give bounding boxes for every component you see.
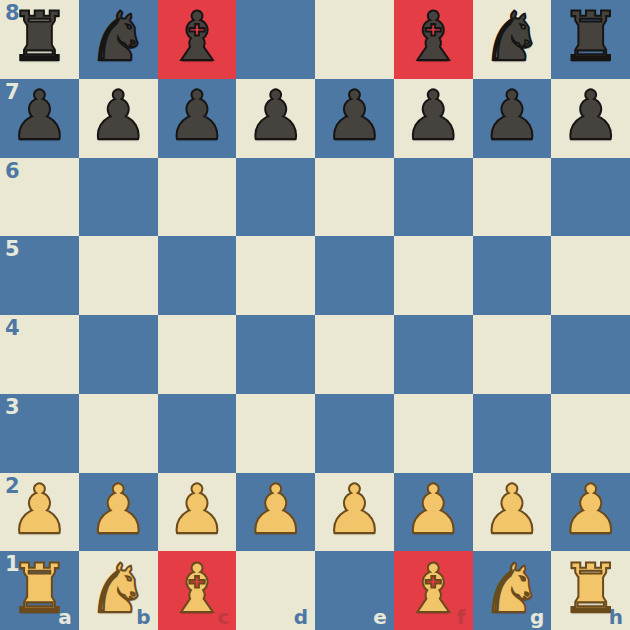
black-pawn[interactable]: ♟ — [551, 79, 630, 158]
black-knight[interactable]: ♞ — [473, 0, 552, 79]
square-a2[interactable]: 2♟ — [0, 473, 79, 552]
square-g6[interactable] — [473, 158, 552, 237]
square-b3[interactable] — [79, 394, 158, 473]
square-c3[interactable] — [158, 394, 237, 473]
square-f8[interactable]: ♝ — [394, 0, 473, 79]
square-f3[interactable] — [394, 394, 473, 473]
square-f2[interactable]: ♟ — [394, 473, 473, 552]
square-f7[interactable]: ♟ — [394, 79, 473, 158]
square-g8[interactable]: ♞ — [473, 0, 552, 79]
square-b2[interactable]: ♟ — [79, 473, 158, 552]
square-a1[interactable]: 1a♜ — [0, 551, 79, 630]
white-bishop[interactable]: ♝ — [394, 551, 473, 630]
black-pawn[interactable]: ♟ — [236, 79, 315, 158]
square-h6[interactable] — [551, 158, 630, 237]
square-b5[interactable] — [79, 236, 158, 315]
white-pawn[interactable]: ♟ — [315, 473, 394, 552]
square-c6[interactable] — [158, 158, 237, 237]
square-g4[interactable] — [473, 315, 552, 394]
square-b7[interactable]: ♟ — [79, 79, 158, 158]
file-label-d: d — [294, 607, 308, 627]
square-h1[interactable]: h♜ — [551, 551, 630, 630]
black-rook[interactable]: ♜ — [0, 0, 79, 79]
white-pawn[interactable]: ♟ — [158, 473, 237, 552]
white-bishop[interactable]: ♝ — [158, 551, 237, 630]
black-pawn[interactable]: ♟ — [158, 79, 237, 158]
rank-label-4: 4 — [5, 318, 20, 339]
square-h4[interactable] — [551, 315, 630, 394]
rank-label-6: 6 — [5, 161, 20, 182]
square-a5[interactable]: 5 — [0, 236, 79, 315]
square-f4[interactable] — [394, 315, 473, 394]
black-pawn[interactable]: ♟ — [315, 79, 394, 158]
square-e6[interactable] — [315, 158, 394, 237]
white-rook[interactable]: ♜ — [551, 551, 630, 630]
white-knight[interactable]: ♞ — [79, 551, 158, 630]
white-knight[interactable]: ♞ — [473, 551, 552, 630]
square-c2[interactable]: ♟ — [158, 473, 237, 552]
square-c7[interactable]: ♟ — [158, 79, 237, 158]
square-d6[interactable] — [236, 158, 315, 237]
black-pawn[interactable]: ♟ — [394, 79, 473, 158]
black-pawn[interactable]: ♟ — [0, 79, 79, 158]
square-e5[interactable] — [315, 236, 394, 315]
black-rook[interactable]: ♜ — [551, 0, 630, 79]
white-pawn[interactable]: ♟ — [394, 473, 473, 552]
square-b4[interactable] — [79, 315, 158, 394]
square-e4[interactable] — [315, 315, 394, 394]
square-a6[interactable]: 6 — [0, 158, 79, 237]
rank-label-5: 5 — [5, 239, 20, 260]
square-c4[interactable] — [158, 315, 237, 394]
square-h5[interactable] — [551, 236, 630, 315]
square-a3[interactable]: 3 — [0, 394, 79, 473]
black-bishop[interactable]: ♝ — [394, 0, 473, 79]
square-f6[interactable] — [394, 158, 473, 237]
square-e3[interactable] — [315, 394, 394, 473]
white-pawn[interactable]: ♟ — [79, 473, 158, 552]
square-g3[interactable] — [473, 394, 552, 473]
square-g1[interactable]: g♞ — [473, 551, 552, 630]
square-d2[interactable]: ♟ — [236, 473, 315, 552]
square-b6[interactable] — [79, 158, 158, 237]
square-c5[interactable] — [158, 236, 237, 315]
square-c1[interactable]: c♝ — [158, 551, 237, 630]
square-a4[interactable]: 4 — [0, 315, 79, 394]
square-f5[interactable] — [394, 236, 473, 315]
white-pawn[interactable]: ♟ — [0, 473, 79, 552]
white-pawn[interactable]: ♟ — [236, 473, 315, 552]
square-d1[interactable]: d — [236, 551, 315, 630]
black-knight[interactable]: ♞ — [79, 0, 158, 79]
rank-label-3: 3 — [5, 397, 20, 418]
square-g2[interactable]: ♟ — [473, 473, 552, 552]
square-h7[interactable]: ♟ — [551, 79, 630, 158]
white-pawn[interactable]: ♟ — [473, 473, 552, 552]
square-d4[interactable] — [236, 315, 315, 394]
white-rook[interactable]: ♜ — [0, 551, 79, 630]
square-g7[interactable]: ♟ — [473, 79, 552, 158]
square-e2[interactable]: ♟ — [315, 473, 394, 552]
square-h8[interactable]: ♜ — [551, 0, 630, 79]
square-e8[interactable] — [315, 0, 394, 79]
square-g5[interactable] — [473, 236, 552, 315]
square-e7[interactable]: ♟ — [315, 79, 394, 158]
square-c8[interactable]: ♝ — [158, 0, 237, 79]
black-pawn[interactable]: ♟ — [79, 79, 158, 158]
square-f1[interactable]: f♝ — [394, 551, 473, 630]
square-b1[interactable]: b♞ — [79, 551, 158, 630]
square-a7[interactable]: 7♟ — [0, 79, 79, 158]
black-bishop[interactable]: ♝ — [158, 0, 237, 79]
chess-board: 8♜♞♝♝♞♜7♟♟♟♟♟♟♟♟65432♟♟♟♟♟♟♟♟1a♜b♞c♝def♝… — [0, 0, 630, 630]
square-h3[interactable] — [551, 394, 630, 473]
black-pawn[interactable]: ♟ — [473, 79, 552, 158]
square-d5[interactable] — [236, 236, 315, 315]
square-d7[interactable]: ♟ — [236, 79, 315, 158]
square-d8[interactable] — [236, 0, 315, 79]
white-pawn[interactable]: ♟ — [551, 473, 630, 552]
square-d3[interactable] — [236, 394, 315, 473]
file-label-e: e — [373, 607, 387, 627]
square-b8[interactable]: ♞ — [79, 0, 158, 79]
square-a8[interactable]: 8♜ — [0, 0, 79, 79]
square-h2[interactable]: ♟ — [551, 473, 630, 552]
square-e1[interactable]: e — [315, 551, 394, 630]
